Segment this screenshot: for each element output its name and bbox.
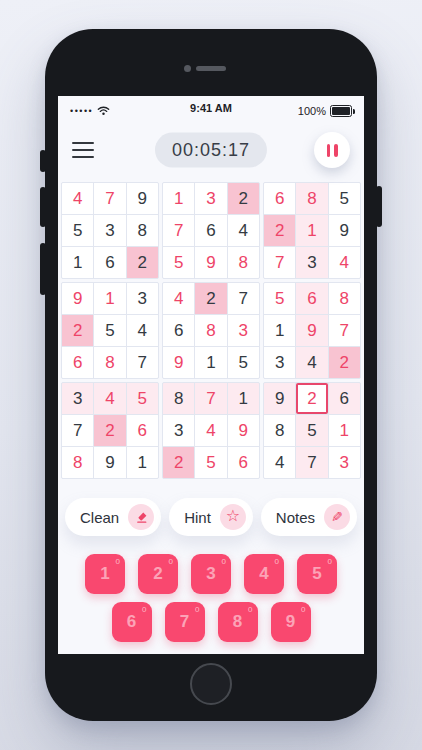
cell-r5c1[interactable]: 2 — [62, 315, 93, 346]
action-bar: Clean Hint ☆ Notes ✎ — [65, 498, 357, 536]
pause-button[interactable] — [314, 132, 350, 168]
cell-r2c1[interactable]: 5 — [62, 215, 93, 246]
cell-r7c4[interactable]: 8 — [163, 383, 194, 414]
cell-r9c5[interactable]: 5 — [195, 447, 226, 478]
cell-r6c7[interactable]: 3 — [264, 347, 295, 378]
cell-r9c8[interactable]: 7 — [296, 447, 327, 478]
notes-button-label: Notes — [276, 509, 315, 526]
hint-button[interactable]: Hint ☆ — [169, 498, 253, 536]
clean-button[interactable]: Clean — [65, 498, 161, 536]
hint-button-label: Hint — [184, 509, 211, 526]
keypad-button-3[interactable]: 30 — [191, 554, 231, 594]
cell-r9c3[interactable]: 1 — [127, 447, 158, 478]
cell-r5c8[interactable]: 9 — [296, 315, 327, 346]
cell-r5c3[interactable]: 4 — [127, 315, 158, 346]
sudoku-box: 685219734 — [263, 182, 361, 279]
pause-icon — [327, 144, 331, 157]
cell-r9c6[interactable]: 6 — [228, 447, 259, 478]
cell-r1c7[interactable]: 6 — [264, 183, 295, 214]
sudoku-box: 345726891 — [61, 382, 159, 479]
cell-r1c3[interactable]: 9 — [127, 183, 158, 214]
keypad: 102030405060708090 — [58, 554, 364, 642]
cell-r2c2[interactable]: 3 — [94, 215, 125, 246]
eraser-icon — [128, 504, 154, 530]
wifi-icon — [97, 105, 110, 118]
cell-r8c7[interactable]: 8 — [264, 415, 295, 446]
cell-r5c6[interactable]: 3 — [228, 315, 259, 346]
cell-r6c2[interactable]: 8 — [94, 347, 125, 378]
cell-r2c9[interactable]: 9 — [329, 215, 360, 246]
volume-down-button — [40, 243, 46, 295]
notes-button[interactable]: Notes ✎ — [261, 498, 357, 536]
cell-r9c7[interactable]: 4 — [264, 447, 295, 478]
speaker-slot — [196, 66, 226, 71]
cell-r9c1[interactable]: 8 — [62, 447, 93, 478]
cell-r4c9[interactable]: 8 — [329, 283, 360, 314]
phone-frame: ••••• 9:41 AM 100% 00:05:17 — [45, 29, 377, 721]
cell-r3c8[interactable]: 3 — [296, 247, 327, 278]
cell-r5c9[interactable]: 7 — [329, 315, 360, 346]
cell-r8c4[interactable]: 3 — [163, 415, 194, 446]
cell-r6c5[interactable]: 1 — [195, 347, 226, 378]
signal-dots-icon: ••••• — [70, 106, 93, 116]
cell-r6c8[interactable]: 4 — [296, 347, 327, 378]
cell-r2c8[interactable]: 1 — [296, 215, 327, 246]
cell-r8c8[interactable]: 5 — [296, 415, 327, 446]
cell-r6c1[interactable]: 6 — [62, 347, 93, 378]
cell-r8c6[interactable]: 9 — [228, 415, 259, 446]
sudoku-box: 427683915 — [162, 282, 260, 379]
cell-r7c6[interactable]: 1 — [228, 383, 259, 414]
cell-r3c5[interactable]: 9 — [195, 247, 226, 278]
cell-r4c3[interactable]: 3 — [127, 283, 158, 314]
mute-switch — [40, 150, 46, 172]
sudoku-box: 132764598 — [162, 182, 260, 279]
cell-r3c1[interactable]: 1 — [62, 247, 93, 278]
cell-r1c4[interactable]: 1 — [163, 183, 194, 214]
keypad-button-7[interactable]: 70 — [165, 602, 205, 642]
keypad-button-2[interactable]: 20 — [138, 554, 178, 594]
cell-r8c5[interactable]: 4 — [195, 415, 226, 446]
timer-display: 00:05:17 — [155, 133, 267, 168]
cell-r6c4[interactable]: 9 — [163, 347, 194, 378]
cell-r2c3[interactable]: 8 — [127, 215, 158, 246]
cell-r6c9[interactable]: 2 — [329, 347, 360, 378]
volume-up-button — [40, 187, 46, 227]
cell-r8c3[interactable]: 6 — [127, 415, 158, 446]
cell-r8c1[interactable]: 7 — [62, 415, 93, 446]
cell-r8c2[interactable]: 2 — [94, 415, 125, 446]
pencil-icon: ✎ — [324, 504, 350, 530]
cell-r3c6[interactable]: 8 — [228, 247, 259, 278]
status-bar: ••••• 9:41 AM 100% — [58, 96, 364, 122]
cell-r3c7[interactable]: 7 — [264, 247, 295, 278]
battery-percent: 100% — [298, 105, 326, 117]
sudoku-box: 871349256 — [162, 382, 260, 479]
cell-r1c5[interactable]: 3 — [195, 183, 226, 214]
cell-r7c8[interactable]: 2 — [296, 383, 327, 414]
cell-r6c3[interactable]: 7 — [127, 347, 158, 378]
cell-r1c9[interactable]: 5 — [329, 183, 360, 214]
keypad-button-5[interactable]: 50 — [297, 554, 337, 594]
sudoku-box: 913254687 — [61, 282, 159, 379]
cell-r3c9[interactable]: 4 — [329, 247, 360, 278]
cell-r8c9[interactable]: 1 — [329, 415, 360, 446]
cell-r4c6[interactable]: 7 — [228, 283, 259, 314]
keypad-button-6[interactable]: 60 — [112, 602, 152, 642]
cell-r1c2[interactable]: 7 — [94, 183, 125, 214]
cell-r3c2[interactable]: 6 — [94, 247, 125, 278]
sudoku-board: 4795381621327645986852197349132546874276… — [61, 182, 361, 479]
cell-r7c2[interactable]: 4 — [94, 383, 125, 414]
cell-r7c9[interactable]: 6 — [329, 383, 360, 414]
status-time: 9:41 AM — [190, 102, 232, 114]
keypad-button-9[interactable]: 90 — [271, 602, 311, 642]
cell-r7c7[interactable]: 9 — [264, 383, 295, 414]
cell-r2c6[interactable]: 4 — [228, 215, 259, 246]
cell-r4c2[interactable]: 1 — [94, 283, 125, 314]
cell-r2c4[interactable]: 7 — [163, 215, 194, 246]
cell-r9c9[interactable]: 3 — [329, 447, 360, 478]
home-button — [190, 663, 232, 705]
cell-r4c4[interactable]: 4 — [163, 283, 194, 314]
cell-r9c2[interactable]: 9 — [94, 447, 125, 478]
battery-icon — [330, 105, 352, 117]
cell-r7c3[interactable]: 5 — [127, 383, 158, 414]
cell-r6c6[interactable]: 5 — [228, 347, 259, 378]
keypad-button-1[interactable]: 10 — [85, 554, 125, 594]
cell-r3c3[interactable]: 2 — [127, 247, 158, 278]
power-button — [376, 186, 382, 227]
screen: ••••• 9:41 AM 100% 00:05:17 — [58, 96, 364, 654]
cell-r4c7[interactable]: 5 — [264, 283, 295, 314]
cell-r5c7[interactable]: 1 — [264, 315, 295, 346]
star-icon: ☆ — [220, 504, 246, 530]
keypad-button-4[interactable]: 40 — [244, 554, 284, 594]
cell-r7c1[interactable]: 3 — [62, 383, 93, 414]
cell-r2c5[interactable]: 6 — [195, 215, 226, 246]
cell-r4c8[interactable]: 6 — [296, 283, 327, 314]
cell-r5c4[interactable]: 6 — [163, 315, 194, 346]
cell-r5c5[interactable]: 8 — [195, 315, 226, 346]
cell-r5c2[interactable]: 5 — [94, 315, 125, 346]
game-header: 00:05:17 — [58, 128, 364, 172]
sudoku-box: 568197342 — [263, 282, 361, 379]
cell-r7c5[interactable]: 7 — [195, 383, 226, 414]
cell-r4c5[interactable]: 2 — [195, 283, 226, 314]
cell-r2c7[interactable]: 2 — [264, 215, 295, 246]
keypad-button-8[interactable]: 80 — [218, 602, 258, 642]
menu-button[interactable] — [72, 142, 94, 159]
cell-r4c1[interactable]: 9 — [62, 283, 93, 314]
cell-r9c4[interactable]: 2 — [163, 447, 194, 478]
cell-r1c8[interactable]: 8 — [296, 183, 327, 214]
cell-r1c1[interactable]: 4 — [62, 183, 93, 214]
cell-r1c6[interactable]: 2 — [228, 183, 259, 214]
sudoku-box: 926851473 — [263, 382, 361, 479]
cell-r3c4[interactable]: 5 — [163, 247, 194, 278]
sudoku-box: 479538162 — [61, 182, 159, 279]
clean-button-label: Clean — [80, 509, 119, 526]
camera-dot — [184, 65, 191, 72]
